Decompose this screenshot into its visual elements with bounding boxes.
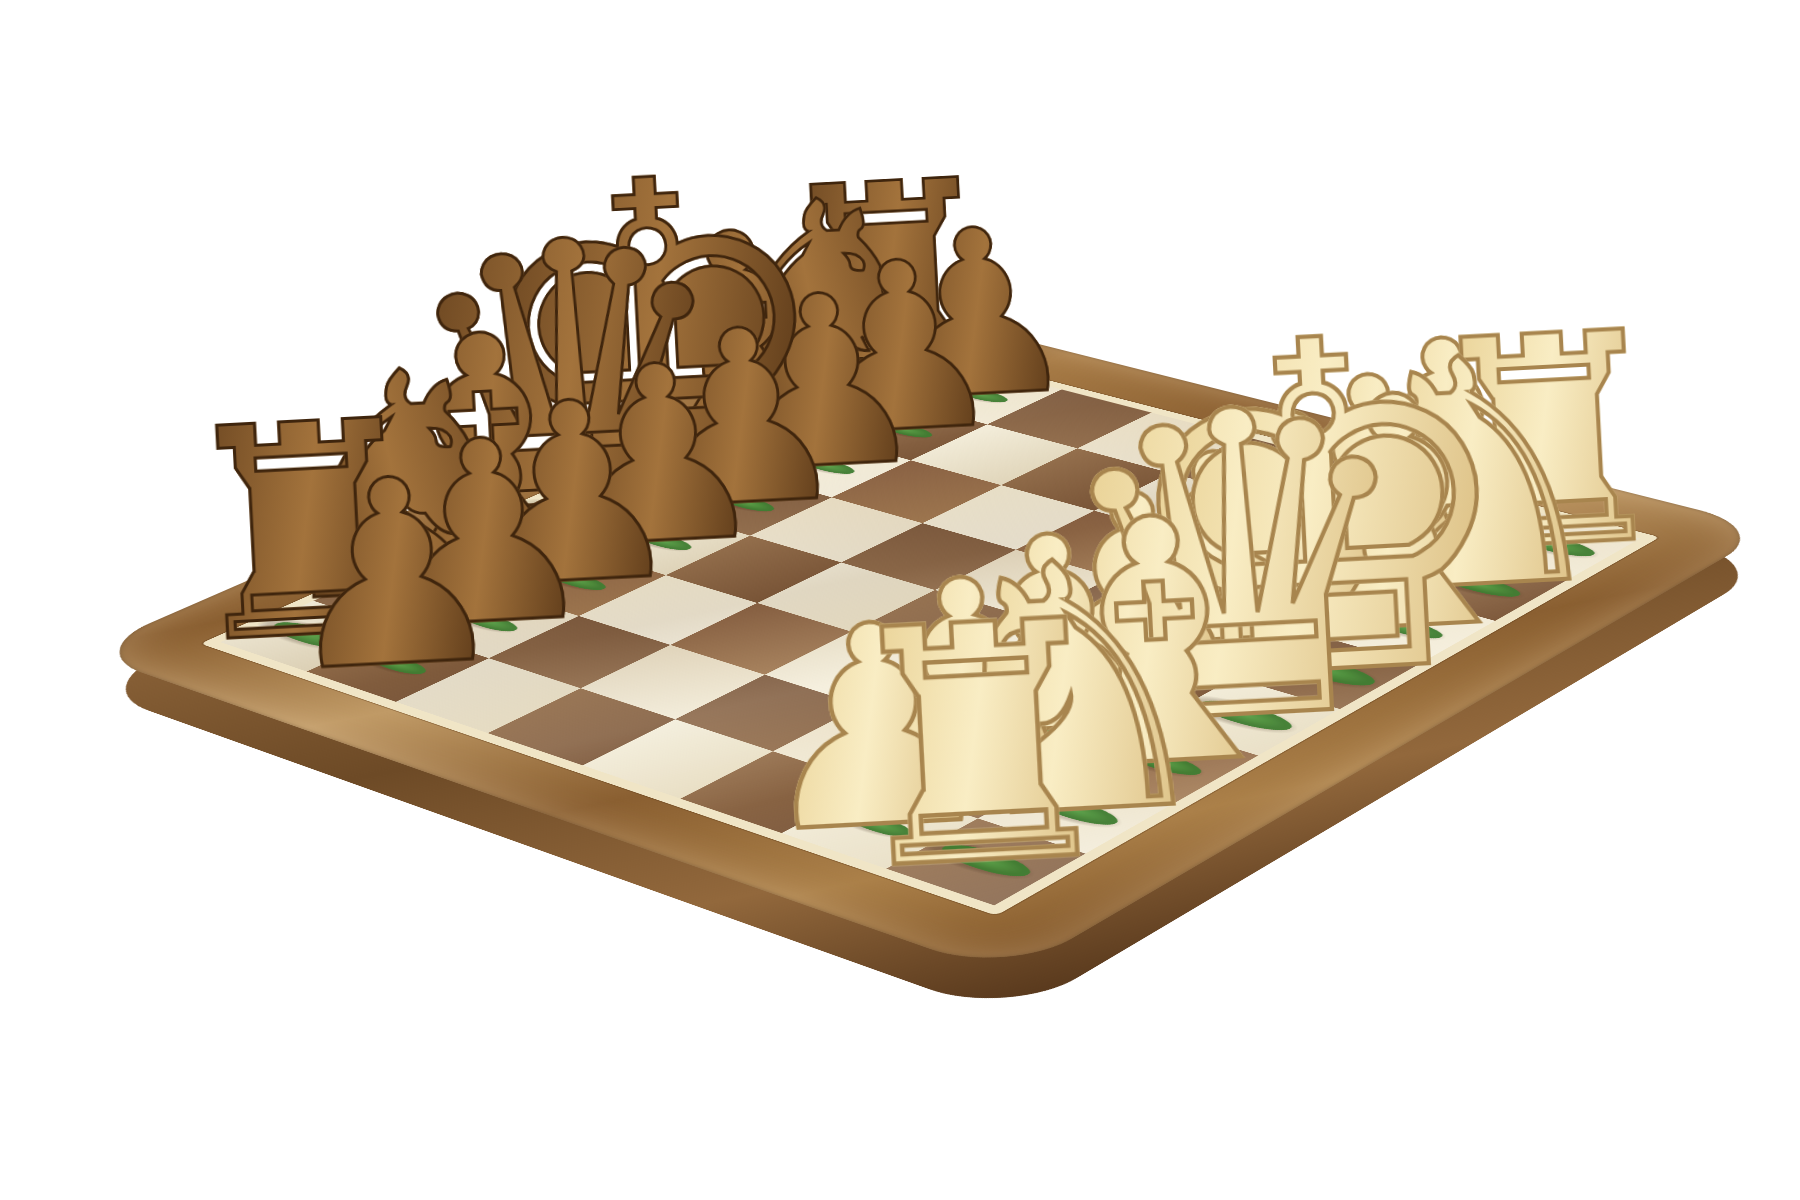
pieces-layer: ♜♞♟♝♟♚♟♛♟♝♟♞♟♟♜♟♟♜♟♟♞♟♝♟♚♟♛♟♝♟♞♜ xyxy=(83,304,1774,976)
chess-board: ♜♞♟♝♟♚♟♛♟♝♟♞♟♟♜♟♟♜♟♟♞♟♝♟♚♟♛♟♝♟♞♜ xyxy=(83,305,1774,977)
product-photo-scene: ♜♞♟♝♟♚♟♛♟♝♟♞♟♟♜♟♟♜♟♟♞♟♝♟♚♟♛♟♝♟♞♜ xyxy=(0,0,1800,1200)
